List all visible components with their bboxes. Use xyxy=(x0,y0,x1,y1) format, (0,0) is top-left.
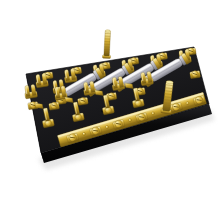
product-photo-fuse-block xyxy=(0,0,220,198)
